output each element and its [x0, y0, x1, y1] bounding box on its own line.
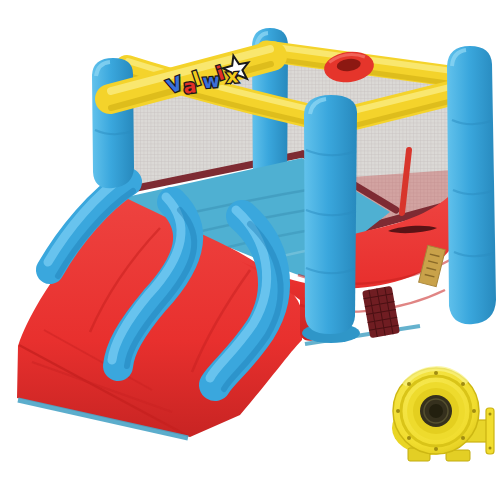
product-photo: Valwix: [0, 0, 500, 484]
post-front-left: [92, 58, 134, 188]
post-front-right: [302, 95, 360, 343]
bounce-house-scene: Valwix: [0, 0, 500, 484]
air-blower: [392, 368, 494, 461]
air-vent: [362, 286, 400, 338]
post-back-right: [447, 46, 496, 324]
